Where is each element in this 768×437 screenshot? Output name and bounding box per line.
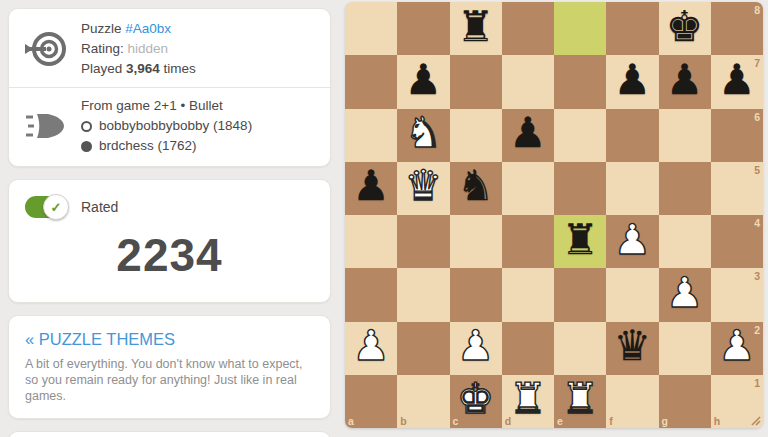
chess-board: ♜♚8♟♟♟7♟♞♟6♟♛♞5♜♟4♟3♟♟♛2♟abc♚d♜e♜fg1h (345, 2, 763, 428)
piece-white-pawn-c2[interactable]: ♟ (457, 325, 495, 367)
square-a7[interactable] (345, 55, 397, 108)
black-player-icon (81, 141, 92, 152)
user-puzzle-rating: 2234 (23, 224, 316, 292)
square-a8[interactable] (345, 2, 397, 55)
square-f4[interactable]: ♟ (606, 215, 658, 268)
square-h3[interactable]: 3 (711, 268, 763, 321)
square-d6[interactable]: ♟ (502, 109, 554, 162)
rank-label-1: 1 (754, 378, 760, 389)
piece-white-knight-b6[interactable]: ♞ (405, 112, 443, 154)
rank-label-3: 3 (754, 271, 760, 282)
square-e6[interactable] (554, 109, 606, 162)
puzzle-themes-description: A bit of everything. You don't know what… (23, 356, 316, 408)
square-d2[interactable] (502, 322, 554, 375)
file-label-h: h (714, 416, 720, 427)
square-b2[interactable] (397, 322, 449, 375)
source-game-summary: From game 2+1 • Bullet bobbybobbybobby (… (23, 96, 316, 156)
square-e7[interactable] (554, 55, 606, 108)
square-b7[interactable]: ♟ (397, 55, 449, 108)
piece-black-pawn-b7[interactable]: ♟ (405, 59, 443, 101)
square-b6[interactable]: ♞ (397, 109, 449, 162)
square-e1[interactable]: e♜ (554, 375, 606, 428)
square-g2[interactable] (659, 322, 711, 375)
piece-black-rook-e4[interactable]: ♜ (561, 219, 599, 261)
square-f2[interactable]: ♛ (606, 322, 658, 375)
piece-white-pawn-f4[interactable]: ♟ (614, 219, 652, 261)
square-a5[interactable]: ♟ (345, 162, 397, 215)
square-a6[interactable] (345, 109, 397, 162)
square-h4[interactable]: 4 (711, 215, 763, 268)
square-g3[interactable]: ♟ (659, 268, 711, 321)
square-h2[interactable]: 2♟ (711, 322, 763, 375)
rank-label-8: 8 (754, 5, 760, 16)
square-e8[interactable] (554, 2, 606, 55)
square-c7[interactable] (450, 55, 502, 108)
rating-hidden-value: hidden (128, 41, 169, 56)
bullet-icon (23, 108, 69, 144)
rating-label: Rating: (81, 41, 124, 56)
puzzle-rating-line: Rating: hidden (81, 39, 196, 59)
square-b5[interactable]: ♛ (397, 162, 449, 215)
square-g8[interactable]: ♚ (659, 2, 711, 55)
square-f1[interactable]: f (606, 375, 658, 428)
square-a1[interactable]: a (345, 375, 397, 428)
square-b3[interactable] (397, 268, 449, 321)
puzzle-label: Puzzle (81, 21, 122, 36)
card-divider (9, 87, 330, 88)
rank-label-4: 4 (754, 218, 760, 229)
puzzle-summary: Puzzle #Aa0bx Rating: hidden Played 3,96… (23, 19, 316, 79)
square-f7[interactable]: ♟ (606, 55, 658, 108)
white-player-name: bobbybobbybobby (1848) (99, 116, 252, 136)
puzzle-id-link[interactable]: #Aa0bx (125, 21, 171, 36)
piece-black-queen-f2[interactable]: ♛ (614, 325, 652, 367)
rated-card: ✓ Rated 2234 (8, 179, 331, 303)
square-d8[interactable] (502, 2, 554, 55)
jump-card: ✕ Jump to next puzzle immediately (8, 431, 331, 437)
played-suffix: times (164, 61, 196, 76)
file-label-f: f (609, 416, 613, 427)
square-c3[interactable] (450, 268, 502, 321)
piece-black-knight-c5[interactable]: ♞ (457, 165, 495, 207)
square-b8[interactable] (397, 2, 449, 55)
square-c8[interactable]: ♜ (450, 2, 502, 55)
square-h6[interactable]: 6 (711, 109, 763, 162)
square-g5[interactable] (659, 162, 711, 215)
square-c6[interactable] (450, 109, 502, 162)
rated-toggle[interactable]: ✓ (25, 196, 67, 218)
square-a3[interactable] (345, 268, 397, 321)
square-g6[interactable] (659, 109, 711, 162)
square-h5[interactable]: 5 (711, 162, 763, 215)
piece-black-rook-c8[interactable]: ♜ (457, 6, 495, 48)
rated-toggle-check-icon: ✓ (43, 194, 69, 220)
square-c5[interactable]: ♞ (450, 162, 502, 215)
square-c2[interactable]: ♟ (450, 322, 502, 375)
white-player-icon (81, 121, 92, 132)
square-e3[interactable] (554, 268, 606, 321)
square-d7[interactable] (502, 55, 554, 108)
piece-black-king-g8[interactable]: ♚ (666, 6, 704, 48)
square-b1[interactable]: b (397, 375, 449, 428)
game-info-line: From game 2+1 • Bullet (81, 96, 252, 116)
square-h8[interactable]: 8 (711, 2, 763, 55)
piece-white-pawn-g3[interactable]: ♟ (666, 272, 704, 314)
square-g1[interactable]: g (659, 375, 711, 428)
square-h1[interactable]: 1h (711, 375, 763, 428)
square-d5[interactable] (502, 162, 554, 215)
puzzle-info-card: Puzzle #Aa0bx Rating: hidden Played 3,96… (8, 8, 331, 167)
rank-label-5: 5 (754, 165, 760, 176)
square-e5[interactable] (554, 162, 606, 215)
square-g7[interactable]: ♟ (659, 55, 711, 108)
file-label-a: a (348, 416, 354, 427)
piece-black-pawn-a5[interactable]: ♟ (352, 165, 390, 207)
square-b4[interactable] (397, 215, 449, 268)
square-f3[interactable] (606, 268, 658, 321)
square-d1[interactable]: d♜ (502, 375, 554, 428)
square-h7[interactable]: 7♟ (711, 55, 763, 108)
square-d4[interactable] (502, 215, 554, 268)
board-resize-handle-icon[interactable] (750, 415, 761, 426)
square-d3[interactable] (502, 268, 554, 321)
piece-black-pawn-d6[interactable]: ♟ (509, 112, 547, 154)
puzzle-played-line: Played 3,964 times (81, 59, 196, 79)
square-g4[interactable] (659, 215, 711, 268)
black-player-name: brdchess (1762) (99, 136, 197, 156)
played-label: Played (81, 61, 122, 76)
square-a4[interactable] (345, 215, 397, 268)
square-c1[interactable]: c♚ (450, 375, 502, 428)
played-count: 3,964 (126, 61, 160, 76)
square-c4[interactable] (450, 215, 502, 268)
puzzle-themes-card: « PUZZLE THEMES A bit of everything. You… (8, 315, 331, 419)
piece-white-pawn-a2[interactable]: ♟ (352, 325, 390, 367)
rank-label-6: 6 (754, 112, 760, 123)
white-player-row[interactable]: bobbybobbybobby (1848) (81, 116, 252, 136)
piece-black-pawn-h7[interactable]: ♟ (718, 59, 756, 101)
piece-white-rook-e1[interactable]: ♜ (561, 378, 599, 420)
piece-white-pawn-h2[interactable]: ♟ (718, 325, 756, 367)
piece-black-pawn-g7[interactable]: ♟ (666, 59, 704, 101)
black-player-row[interactable]: brdchess (1762) (81, 136, 252, 156)
square-a2[interactable]: ♟ (345, 322, 397, 375)
rated-label: Rated (81, 199, 118, 215)
puzzle-themes-heading[interactable]: « PUZZLE THEMES (23, 326, 316, 356)
file-label-b: b (400, 416, 406, 427)
square-e4[interactable]: ♜ (554, 215, 606, 268)
file-label-g: g (662, 416, 668, 427)
square-f8[interactable] (606, 2, 658, 55)
piece-white-king-c1[interactable]: ♚ (457, 378, 495, 420)
piece-black-pawn-f7[interactable]: ♟ (614, 59, 652, 101)
target-icon (23, 27, 69, 71)
sidebar: Puzzle #Aa0bx Rating: hidden Played 3,96… (8, 8, 331, 437)
square-f5[interactable] (606, 162, 658, 215)
square-f6[interactable] (606, 109, 658, 162)
puzzle-title-line: Puzzle #Aa0bx (81, 19, 196, 39)
piece-white-rook-d1[interactable]: ♜ (509, 378, 547, 420)
piece-white-queen-b5[interactable]: ♛ (405, 165, 443, 207)
square-e2[interactable] (554, 322, 606, 375)
